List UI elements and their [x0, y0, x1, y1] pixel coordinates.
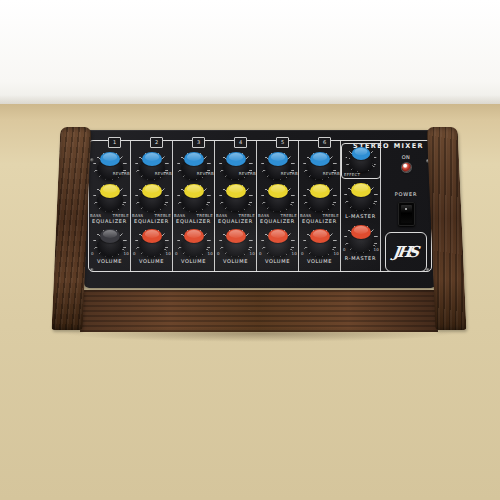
background-wall	[0, 0, 500, 104]
equalizer-knob[interactable]	[135, 182, 169, 213]
knob-cap	[100, 229, 120, 243]
knob-cap	[142, 152, 162, 166]
volume-label: VOLUME	[265, 258, 290, 265]
knob-cap	[226, 184, 246, 198]
knob-cap	[142, 184, 162, 198]
reverb-label: REVERB	[323, 171, 340, 176]
knob-cap	[100, 152, 120, 166]
master-section: EFFECT L-MASTER	[341, 141, 381, 272]
channel-number-badge: 6	[318, 137, 331, 148]
reverb-label: REVERB	[113, 171, 130, 176]
effect-box: EFFECT	[341, 143, 381, 179]
volume-label: VOLUME	[97, 258, 122, 265]
volume-knob[interactable]	[261, 227, 295, 258]
scene: STEREO MIXER 1REVERBBASSTREBLEEQUALIZER0…	[0, 0, 500, 500]
reverb-knob[interactable]	[93, 150, 127, 181]
wood-front-panel	[80, 290, 438, 332]
volume-scale-max: 10	[292, 251, 298, 256]
channel-number-badge: 3	[192, 137, 205, 148]
r-master-label: R-MASTER	[345, 255, 376, 262]
volume-knob[interactable]	[303, 227, 337, 258]
knob-cap	[184, 229, 204, 243]
volume-scale-min: 0	[343, 247, 346, 252]
power-label: POWER	[395, 191, 418, 198]
reverb-label: REVERB	[155, 171, 172, 176]
power-switch[interactable]	[398, 202, 415, 226]
power-section: ON POWER JHS	[381, 141, 431, 272]
channel-strip-3: 3REVERBBASSTREBLEEQUALIZER010VOLUME	[173, 141, 215, 272]
equalizer-label: EQUALIZER	[260, 218, 295, 225]
equalizer-label: EQUALIZER	[134, 218, 169, 225]
equalizer-knob[interactable]	[261, 182, 295, 213]
channel-strip-1: 1REVERBBASSTREBLEEQUALIZER010VOLUME	[89, 141, 131, 272]
control-panel: STEREO MIXER 1REVERBBASSTREBLEEQUALIZER0…	[84, 130, 436, 288]
knob-cap	[184, 184, 204, 198]
volume-scale-min: 0	[217, 251, 220, 256]
volume-scale-min: 0	[133, 251, 136, 256]
channel-strip-5: 5REVERBBASSTREBLEEQUALIZER010VOLUME	[257, 141, 299, 272]
volume-knob[interactable]	[93, 227, 127, 258]
volume-scale-max: 10	[208, 251, 214, 256]
knob-cap	[352, 147, 370, 160]
reverb-knob[interactable]	[303, 150, 337, 181]
equalizer-knob[interactable]	[303, 182, 337, 213]
knob-cap	[268, 152, 288, 166]
volume-scale-max: 10	[334, 251, 340, 256]
channel-number-badge: 2	[150, 137, 163, 148]
volume-scale-max: 10	[250, 251, 256, 256]
effect-knob[interactable]	[345, 145, 376, 174]
volume-scale-max: 10	[166, 251, 172, 256]
equalizer-knob[interactable]	[93, 182, 127, 213]
l-master-label: L-MASTER	[345, 213, 376, 220]
channel-number-badge: 5	[276, 137, 289, 148]
volume-scale-max: 10	[374, 247, 380, 252]
knob-cap	[268, 229, 288, 243]
power-switch-rocker	[401, 205, 412, 223]
brand-logo-box: JHS	[385, 232, 427, 272]
on-label: ON	[402, 154, 411, 161]
reverb-label: REVERB	[239, 171, 256, 176]
volume-scale-min: 0	[301, 251, 304, 256]
equalizer-label: EQUALIZER	[218, 218, 253, 225]
volume-label: VOLUME	[307, 258, 332, 265]
knob-cap	[184, 152, 204, 166]
volume-scale-min: 0	[259, 251, 262, 256]
knob-cap	[268, 184, 288, 198]
reverb-knob[interactable]	[219, 150, 253, 181]
volume-knob[interactable]	[219, 227, 253, 258]
knob-cap	[226, 229, 246, 243]
reverb-knob[interactable]	[261, 150, 295, 181]
knob-cap	[226, 152, 246, 166]
volume-scale-max: 10	[124, 251, 130, 256]
knob-cap	[351, 183, 371, 197]
reverb-label: REVERB	[197, 171, 214, 176]
equalizer-knob[interactable]	[177, 182, 211, 213]
channel-number-badge: 4	[234, 137, 247, 148]
volume-knob[interactable]	[177, 227, 211, 258]
reverb-label: REVERB	[281, 171, 298, 176]
brand-logo: JHS	[392, 243, 421, 261]
knob-cap	[100, 184, 120, 198]
r-master-knob[interactable]	[344, 223, 378, 254]
equalizer-label: EQUALIZER	[302, 218, 337, 225]
channel-strip-6: 6REVERBBASSTREBLEEQUALIZER010VOLUME	[299, 141, 341, 272]
reverb-knob[interactable]	[135, 150, 169, 181]
volume-label: VOLUME	[181, 258, 206, 265]
knob-cap	[351, 225, 371, 239]
knob-cap	[310, 184, 330, 198]
stereo-mixer: STEREO MIXER 1REVERBBASSTREBLEEQUALIZER0…	[56, 124, 462, 336]
knob-cap	[142, 229, 162, 243]
panel-border: 1REVERBBASSTREBLEEQUALIZER010VOLUME2REVE…	[88, 140, 432, 272]
channel-strip-2: 2REVERBBASSTREBLEEQUALIZER010VOLUME	[131, 141, 173, 272]
equalizer-label: EQUALIZER	[92, 218, 127, 225]
volume-knob[interactable]	[135, 227, 169, 258]
volume-scale-min: 0	[175, 251, 178, 256]
effect-label: EFFECT	[344, 172, 360, 177]
reverb-knob[interactable]	[177, 150, 211, 181]
equalizer-label: EQUALIZER	[176, 218, 211, 225]
knob-cap	[310, 152, 330, 166]
equalizer-knob[interactable]	[219, 182, 253, 213]
l-master-knob[interactable]	[344, 181, 378, 212]
volume-scale-min: 0	[91, 251, 94, 256]
channel-strip-4: 4REVERBBASSTREBLEEQUALIZER010VOLUME	[215, 141, 257, 272]
channel-number-badge: 1	[108, 137, 121, 148]
volume-label: VOLUME	[139, 258, 164, 265]
knob-cap	[310, 229, 330, 243]
volume-label: VOLUME	[223, 258, 248, 265]
power-indicator-lamp	[402, 163, 411, 172]
